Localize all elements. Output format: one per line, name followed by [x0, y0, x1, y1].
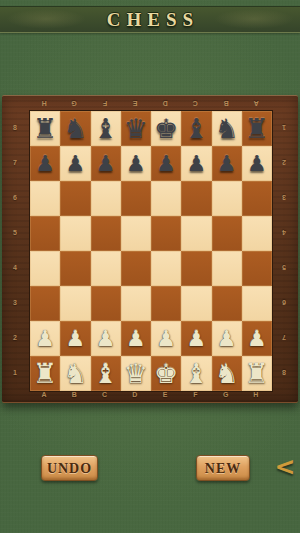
white-knight: ♞: [60, 356, 90, 391]
file-label: C: [180, 97, 210, 110]
square-h8[interactable]: ♜: [242, 111, 272, 146]
white-knight: ♞: [212, 356, 242, 391]
white-bishop: ♝: [91, 356, 121, 391]
square-c8[interactable]: ♝: [91, 111, 121, 146]
black-pawn: ♟: [242, 146, 272, 181]
square-b5[interactable]: [60, 216, 90, 251]
white-pawn: ♟: [242, 321, 272, 356]
chess-app-screen: CHESS HGFEDCBA ABCDEFGH 87654321 1234567…: [0, 0, 300, 533]
square-c5[interactable]: [91, 216, 121, 251]
file-label: H: [29, 97, 59, 110]
square-e6[interactable]: [151, 181, 181, 216]
black-knight: ♞: [60, 111, 90, 146]
rank-label: 3: [271, 180, 297, 215]
rank-label: 6: [271, 285, 297, 320]
file-label: E: [120, 97, 150, 110]
square-b8[interactable]: ♞: [60, 111, 90, 146]
square-e2[interactable]: ♟: [151, 321, 181, 356]
square-e1[interactable]: ♚: [151, 356, 181, 391]
black-pawn: ♟: [181, 146, 211, 181]
file-label: G: [59, 97, 89, 110]
square-g2[interactable]: ♟: [212, 321, 242, 356]
rank-label: 2: [2, 320, 28, 355]
square-d5[interactable]: [121, 216, 151, 251]
square-a1[interactable]: ♜: [30, 356, 60, 391]
rank-label: 5: [2, 215, 28, 250]
square-d1[interactable]: ♛: [121, 356, 151, 391]
square-g8[interactable]: ♞: [212, 111, 242, 146]
white-pawn: ♟: [121, 321, 151, 356]
square-h4[interactable]: [242, 251, 272, 286]
page-title: CHESS: [0, 7, 300, 32]
square-g3[interactable]: [212, 286, 242, 321]
rank-label: 1: [271, 110, 297, 145]
black-bishop: ♝: [181, 111, 211, 146]
square-c6[interactable]: [91, 181, 121, 216]
square-b4[interactable]: [60, 251, 90, 286]
rank-label: 6: [2, 180, 28, 215]
square-d2[interactable]: ♟: [121, 321, 151, 356]
square-f8[interactable]: ♝: [181, 111, 211, 146]
square-d3[interactable]: [121, 286, 151, 321]
white-pawn: ♟: [181, 321, 211, 356]
white-rook: ♜: [30, 356, 60, 391]
file-label: B: [211, 97, 241, 110]
black-queen: ♛: [121, 111, 151, 146]
square-a4[interactable]: [30, 251, 60, 286]
square-f6[interactable]: [181, 181, 211, 216]
square-a8[interactable]: ♜: [30, 111, 60, 146]
rank-label: 8: [2, 110, 28, 145]
square-d7[interactable]: ♟: [121, 146, 151, 181]
square-e3[interactable]: [151, 286, 181, 321]
file-labels-top: HGFEDCBA: [29, 97, 271, 110]
square-f3[interactable]: [181, 286, 211, 321]
square-h2[interactable]: ♟: [242, 321, 272, 356]
white-king: ♚: [151, 356, 181, 391]
square-g7[interactable]: ♟: [212, 146, 242, 181]
chess-board: HGFEDCBA ABCDEFGH 87654321 12345678 ♜♞♝♛…: [2, 95, 298, 403]
square-b6[interactable]: [60, 181, 90, 216]
square-c7[interactable]: ♟: [91, 146, 121, 181]
board-squares[interactable]: ♜♞♝♛♚♝♞♜♟♟♟♟♟♟♟♟♟♟♟♟♟♟♟♟♜♞♝♛♚♝♞♜: [29, 110, 273, 392]
black-pawn: ♟: [91, 146, 121, 181]
square-c4[interactable]: [91, 251, 121, 286]
square-e4[interactable]: [151, 251, 181, 286]
square-h6[interactable]: [242, 181, 272, 216]
black-pawn: ♟: [60, 146, 90, 181]
rank-labels-left: 87654321: [2, 110, 28, 390]
square-h7[interactable]: ♟: [242, 146, 272, 181]
white-pawn: ♟: [30, 321, 60, 356]
chevron-left-icon[interactable]: <: [272, 452, 298, 482]
square-g6[interactable]: [212, 181, 242, 216]
file-label: A: [241, 97, 271, 110]
white-pawn: ♟: [151, 321, 181, 356]
white-queen: ♛: [121, 356, 151, 391]
black-pawn: ♟: [30, 146, 60, 181]
rank-label: 5: [271, 250, 297, 285]
square-d8[interactable]: ♛: [121, 111, 151, 146]
rank-label: 1: [2, 355, 28, 390]
black-rook: ♜: [242, 111, 272, 146]
square-e7[interactable]: ♟: [151, 146, 181, 181]
square-h1[interactable]: ♜: [242, 356, 272, 391]
square-g1[interactable]: ♞: [212, 356, 242, 391]
white-bishop: ♝: [181, 356, 211, 391]
rank-label: 7: [271, 320, 297, 355]
black-king: ♚: [151, 111, 181, 146]
black-rook: ♜: [30, 111, 60, 146]
square-e5[interactable]: [151, 216, 181, 251]
square-a6[interactable]: [30, 181, 60, 216]
square-f2[interactable]: ♟: [181, 321, 211, 356]
black-knight: ♞: [212, 111, 242, 146]
square-b3[interactable]: [60, 286, 90, 321]
square-a2[interactable]: ♟: [30, 321, 60, 356]
rank-label: 3: [2, 285, 28, 320]
square-b7[interactable]: ♟: [60, 146, 90, 181]
undo-button[interactable]: UNDO: [41, 455, 98, 481]
square-a3[interactable]: [30, 286, 60, 321]
square-b2[interactable]: ♟: [60, 321, 90, 356]
black-bishop: ♝: [91, 111, 121, 146]
file-label: F: [90, 97, 120, 110]
white-pawn: ♟: [60, 321, 90, 356]
rank-labels-right: 12345678: [271, 110, 297, 390]
square-f1[interactable]: ♝: [181, 356, 211, 391]
square-g4[interactable]: [212, 251, 242, 286]
square-f7[interactable]: ♟: [181, 146, 211, 181]
square-c3[interactable]: [91, 286, 121, 321]
rank-label: 2: [271, 145, 297, 180]
square-a7[interactable]: ♟: [30, 146, 60, 181]
square-h3[interactable]: [242, 286, 272, 321]
black-pawn: ♟: [151, 146, 181, 181]
square-c1[interactable]: ♝: [91, 356, 121, 391]
square-e8[interactable]: ♚: [151, 111, 181, 146]
square-d4[interactable]: [121, 251, 151, 286]
rank-label: 8: [271, 355, 297, 390]
square-h5[interactable]: [242, 216, 272, 251]
square-d6[interactable]: [121, 181, 151, 216]
square-a5[interactable]: [30, 216, 60, 251]
white-pawn: ♟: [212, 321, 242, 356]
rank-label: 7: [2, 145, 28, 180]
white-pawn: ♟: [91, 321, 121, 356]
rank-label: 4: [271, 215, 297, 250]
square-f5[interactable]: [181, 216, 211, 251]
new-game-button[interactable]: NEW: [196, 455, 250, 481]
rank-label: 4: [2, 250, 28, 285]
square-f4[interactable]: [181, 251, 211, 286]
square-g5[interactable]: [212, 216, 242, 251]
square-c2[interactable]: ♟: [91, 321, 121, 356]
black-pawn: ♟: [212, 146, 242, 181]
black-pawn: ♟: [121, 146, 151, 181]
file-label: D: [150, 97, 180, 110]
square-b1[interactable]: ♞: [60, 356, 90, 391]
white-rook: ♜: [242, 356, 272, 391]
title-band: CHESS: [0, 6, 300, 33]
